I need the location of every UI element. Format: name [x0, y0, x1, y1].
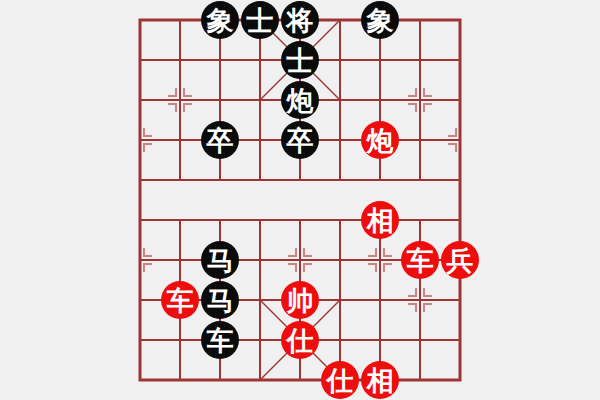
piece-red-general[interactable]: 帅 [281, 281, 319, 319]
piece-red-cannon[interactable]: 炮 [361, 121, 399, 159]
piece-black-advisor[interactable]: 士 [241, 1, 279, 39]
piece-black-elephant[interactable]: 象 [361, 1, 399, 39]
piece-red-chariot[interactable]: 车 [161, 281, 199, 319]
piece-red-advisor[interactable]: 仕 [281, 321, 319, 359]
piece-black-cannon[interactable]: 炮 [281, 81, 319, 119]
piece-black-general[interactable]: 将 [281, 1, 319, 39]
piece-black-advisor[interactable]: 士 [281, 41, 319, 79]
piece-red-advisor[interactable]: 仕 [321, 361, 359, 399]
piece-red-chariot[interactable]: 车 [401, 241, 439, 279]
piece-black-soldier[interactable]: 卒 [201, 121, 239, 159]
piece-black-horse[interactable]: 马 [201, 241, 239, 279]
piece-black-elephant[interactable]: 象 [201, 1, 239, 39]
piece-red-elephant[interactable]: 相 [361, 201, 399, 239]
piece-red-elephant[interactable]: 相 [361, 361, 399, 399]
board-intersections: 象士将象士炮卒卒炮相马车兵车马帅车仕仕相 [120, 0, 480, 400]
piece-black-soldier[interactable]: 卒 [281, 121, 319, 159]
xiangqi-board: 象士将象士炮卒卒炮相马车兵车马帅车仕仕相 [0, 0, 600, 400]
piece-red-soldier[interactable]: 兵 [441, 241, 479, 279]
piece-black-horse[interactable]: 马 [201, 281, 239, 319]
piece-black-chariot[interactable]: 车 [201, 321, 239, 359]
